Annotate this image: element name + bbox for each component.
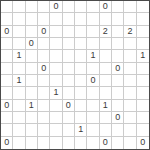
puzzle-board: 000022011100101010101000 (0, 0, 150, 150)
clue-cell-r6c1: 1 (13, 75, 25, 87)
clue-cell-r2c10: 2 (124, 26, 136, 38)
clue-cell-r4c7: 1 (87, 50, 99, 62)
cell-r6c10[interactable] (124, 75, 136, 87)
cell-r9c2[interactable] (26, 112, 38, 124)
cell-r10c5[interactable] (63, 124, 75, 136)
cell-r6c9[interactable] (112, 75, 124, 87)
cell-r5c8[interactable] (100, 63, 112, 75)
cell-r5c1[interactable] (13, 63, 25, 75)
cell-r3c0[interactable] (1, 38, 13, 50)
cell-r2c4[interactable] (50, 26, 62, 38)
cell-r8c11[interactable] (137, 100, 149, 112)
cell-r11c1[interactable] (13, 137, 25, 149)
cell-r7c2[interactable] (26, 87, 38, 99)
clue-cell-r2c3: 0 (38, 26, 50, 38)
cell-r7c10[interactable] (124, 87, 136, 99)
cell-r1c6[interactable] (75, 13, 87, 25)
cell-r9c8[interactable] (100, 112, 112, 124)
cell-r6c6[interactable] (75, 75, 87, 87)
clue-cell-r4c11: 1 (137, 50, 149, 62)
cell-r9c10[interactable] (124, 112, 136, 124)
cell-r2c2[interactable] (26, 26, 38, 38)
cell-r8c4[interactable] (50, 100, 62, 112)
cell-r9c6[interactable] (75, 112, 87, 124)
cell-r10c3[interactable] (38, 124, 50, 136)
cell-r1c3[interactable] (38, 13, 50, 25)
cell-r10c1[interactable] (13, 124, 25, 136)
cell-r0c9[interactable] (112, 1, 124, 13)
cell-r8c9[interactable] (112, 100, 124, 112)
cell-r9c4[interactable] (50, 112, 62, 124)
cell-r11c7[interactable] (87, 137, 99, 149)
cell-r7c0[interactable] (1, 87, 13, 99)
cell-r4c10[interactable] (124, 50, 136, 62)
cell-r9c11[interactable] (137, 112, 149, 124)
cell-r1c4[interactable] (50, 13, 62, 25)
clue-cell-r5c9: 0 (112, 63, 124, 75)
cell-r1c7[interactable] (87, 13, 99, 25)
cell-r1c5[interactable] (63, 13, 75, 25)
cell-r4c6[interactable] (75, 50, 87, 62)
cell-r1c9[interactable] (112, 13, 124, 25)
cell-r1c0[interactable] (1, 13, 13, 25)
cell-r3c7[interactable] (87, 38, 99, 50)
cell-r3c5[interactable] (63, 38, 75, 50)
cell-r10c0[interactable] (1, 124, 13, 136)
cell-r9c3[interactable] (38, 112, 50, 124)
cell-r7c5[interactable] (63, 87, 75, 99)
clue-cell-r6c7: 0 (87, 75, 99, 87)
clue-cell-r2c0: 0 (1, 26, 13, 38)
cell-r8c6[interactable] (75, 100, 87, 112)
cell-r2c7[interactable] (87, 26, 99, 38)
cell-r9c5[interactable] (63, 112, 75, 124)
cell-r6c2[interactable] (26, 75, 38, 87)
cell-r11c6[interactable] (75, 137, 87, 149)
cell-r6c11[interactable] (137, 75, 149, 87)
cell-r0c0[interactable] (1, 1, 13, 13)
cell-r10c11[interactable] (137, 124, 149, 136)
cell-r2c9[interactable] (112, 26, 124, 38)
cell-r3c6[interactable] (75, 38, 87, 50)
clue-cell-r4c1: 1 (13, 50, 25, 62)
cell-r3c1[interactable] (13, 38, 25, 50)
cell-r6c0[interactable] (1, 75, 13, 87)
cell-r0c1[interactable] (13, 1, 25, 13)
clue-cell-r8c2: 1 (26, 100, 38, 112)
cell-r0c10[interactable] (124, 1, 136, 13)
cell-r5c10[interactable] (124, 63, 136, 75)
cell-r7c11[interactable] (137, 87, 149, 99)
cell-r3c8[interactable] (100, 38, 112, 50)
clue-cell-r9c9: 0 (112, 112, 124, 124)
cell-r7c6[interactable] (75, 87, 87, 99)
cell-r5c4[interactable] (50, 63, 62, 75)
clue-cell-r7c4: 1 (50, 87, 62, 99)
cell-r9c7[interactable] (87, 112, 99, 124)
clue-cell-r11c11: 0 (137, 137, 149, 149)
cell-r0c7[interactable] (87, 1, 99, 13)
cell-r2c1[interactable] (13, 26, 25, 38)
cell-r7c7[interactable] (87, 87, 99, 99)
cell-r11c4[interactable] (50, 137, 62, 149)
cell-r4c9[interactable] (112, 50, 124, 62)
cell-r10c2[interactable] (26, 124, 38, 136)
cell-r10c4[interactable] (50, 124, 62, 136)
clue-cell-r8c0: 0 (1, 100, 13, 112)
cell-r6c8[interactable] (100, 75, 112, 87)
cell-r3c11[interactable] (137, 38, 149, 50)
clue-cell-r11c8: 0 (100, 137, 112, 149)
cell-r5c7[interactable] (87, 63, 99, 75)
cell-r3c9[interactable] (112, 38, 124, 50)
clue-cell-r8c8: 1 (100, 100, 112, 112)
cell-r9c0[interactable] (1, 112, 13, 124)
cell-r1c8[interactable] (100, 13, 112, 25)
cell-r8c7[interactable] (87, 100, 99, 112)
cell-r11c2[interactable] (26, 137, 38, 149)
cell-r4c5[interactable] (63, 50, 75, 62)
clue-cell-r3c2: 0 (26, 38, 38, 50)
cell-r5c2[interactable] (26, 63, 38, 75)
clue-cell-r10c6: 1 (75, 124, 87, 136)
cell-r4c3[interactable] (38, 50, 50, 62)
cell-r0c11[interactable] (137, 1, 149, 13)
cell-r9c1[interactable] (13, 112, 25, 124)
cell-r7c8[interactable] (100, 87, 112, 99)
cell-r8c3[interactable] (38, 100, 50, 112)
cell-r6c3[interactable] (38, 75, 50, 87)
cell-r8c1[interactable] (13, 100, 25, 112)
cell-r2c11[interactable] (137, 26, 149, 38)
cell-r4c8[interactable] (100, 50, 112, 62)
cell-r5c5[interactable] (63, 63, 75, 75)
cell-r4c0[interactable] (1, 50, 13, 62)
cell-r1c11[interactable] (137, 13, 149, 25)
cell-r8c10[interactable] (124, 100, 136, 112)
cell-r0c2[interactable] (26, 1, 38, 13)
clue-cell-r0c4: 0 (50, 1, 62, 13)
cell-r11c10[interactable] (124, 137, 136, 149)
cell-r7c1[interactable] (13, 87, 25, 99)
cell-r7c9[interactable] (112, 87, 124, 99)
cell-r2c6[interactable] (75, 26, 87, 38)
cell-r11c9[interactable] (112, 137, 124, 149)
clue-cell-r11c0: 0 (1, 137, 13, 149)
cell-r4c4[interactable] (50, 50, 62, 62)
cell-r11c3[interactable] (38, 137, 50, 149)
cell-r2c5[interactable] (63, 26, 75, 38)
cell-r7c3[interactable] (38, 87, 50, 99)
cell-r10c8[interactable] (100, 124, 112, 136)
cell-r0c3[interactable] (38, 1, 50, 13)
cell-r6c5[interactable] (63, 75, 75, 87)
cell-r5c6[interactable] (75, 63, 87, 75)
cell-r1c2[interactable] (26, 13, 38, 25)
cell-r3c4[interactable] (50, 38, 62, 50)
cell-r10c9[interactable] (112, 124, 124, 136)
cell-r10c10[interactable] (124, 124, 136, 136)
cell-r5c11[interactable] (137, 63, 149, 75)
cell-r5c0[interactable] (1, 63, 13, 75)
cell-r4c2[interactable] (26, 50, 38, 62)
cell-r3c10[interactable] (124, 38, 136, 50)
cell-r6c4[interactable] (50, 75, 62, 87)
clue-cell-r0c8: 0 (100, 1, 112, 13)
cell-r11c5[interactable] (63, 137, 75, 149)
cell-r0c6[interactable] (75, 1, 87, 13)
clue-cell-r8c5: 0 (63, 100, 75, 112)
cell-r0c5[interactable] (63, 1, 75, 13)
cell-r1c10[interactable] (124, 13, 136, 25)
clue-cell-r5c3: 0 (38, 63, 50, 75)
cell-r1c1[interactable] (13, 13, 25, 25)
cell-r3c3[interactable] (38, 38, 50, 50)
cell-r10c7[interactable] (87, 124, 99, 136)
clue-cell-r2c8: 2 (100, 26, 112, 38)
